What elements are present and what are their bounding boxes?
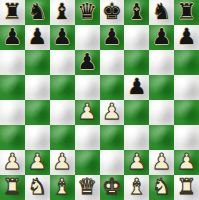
square-e2[interactable]: [100, 150, 125, 175]
black-pawn[interactable]: ♟: [52, 26, 72, 48]
square-b3[interactable]: [25, 125, 50, 150]
square-b6[interactable]: [25, 50, 50, 75]
black-rook[interactable]: ♜: [177, 1, 197, 23]
square-a2[interactable]: ♟: [0, 150, 25, 175]
square-a8[interactable]: ♜: [0, 0, 25, 25]
square-g4[interactable]: [149, 100, 174, 125]
white-king[interactable]: ♚: [102, 176, 122, 198]
square-a3[interactable]: [0, 125, 25, 150]
square-c7[interactable]: ♟: [50, 25, 75, 50]
square-c3[interactable]: [50, 125, 75, 150]
square-c8[interactable]: ♝: [50, 0, 75, 25]
square-f6[interactable]: [124, 50, 149, 75]
square-e7[interactable]: ♟: [100, 25, 125, 50]
square-d6[interactable]: ♟: [75, 50, 100, 75]
white-knight[interactable]: ♞: [152, 176, 172, 198]
square-g6[interactable]: [149, 50, 174, 75]
square-e3[interactable]: [100, 125, 125, 150]
square-g3[interactable]: [149, 125, 174, 150]
square-d4[interactable]: ♟: [75, 100, 100, 125]
square-c6[interactable]: [50, 50, 75, 75]
square-f4[interactable]: [124, 100, 149, 125]
square-d2[interactable]: [75, 150, 100, 175]
square-h4[interactable]: [174, 100, 199, 125]
square-f7[interactable]: [124, 25, 149, 50]
square-e1[interactable]: ♚: [100, 175, 125, 200]
white-pawn[interactable]: ♟: [3, 151, 23, 173]
square-f1[interactable]: ♝: [124, 175, 149, 200]
square-a1[interactable]: ♜: [0, 175, 25, 200]
square-g7[interactable]: ♟: [149, 25, 174, 50]
square-h3[interactable]: [174, 125, 199, 150]
square-b4[interactable]: [25, 100, 50, 125]
square-f8[interactable]: ♝: [124, 0, 149, 25]
square-c2[interactable]: ♟: [50, 150, 75, 175]
white-knight[interactable]: ♞: [27, 176, 47, 198]
black-bishop[interactable]: ♝: [127, 1, 147, 23]
square-h8[interactable]: ♜: [174, 0, 199, 25]
square-b7[interactable]: ♟: [25, 25, 50, 50]
black-rook[interactable]: ♜: [3, 1, 23, 23]
square-h5[interactable]: [174, 75, 199, 100]
black-knight[interactable]: ♞: [152, 1, 172, 23]
square-g5[interactable]: [149, 75, 174, 100]
square-b8[interactable]: ♞: [25, 0, 50, 25]
black-bishop[interactable]: ♝: [52, 1, 72, 23]
square-h6[interactable]: [174, 50, 199, 75]
chess-board: ♜♞♝♛♚♝♞♜♟♟♟♟♟♟♟♟♟♟♟♟♟♟♟♟♜♞♝♛♚♝♞♜: [0, 0, 199, 200]
black-pawn[interactable]: ♟: [127, 76, 147, 98]
square-d3[interactable]: [75, 125, 100, 150]
black-pawn[interactable]: ♟: [27, 26, 47, 48]
white-bishop[interactable]: ♝: [127, 176, 147, 198]
square-d8[interactable]: ♛: [75, 0, 100, 25]
square-f3[interactable]: [124, 125, 149, 150]
square-e5[interactable]: [100, 75, 125, 100]
black-king[interactable]: ♚: [102, 1, 122, 23]
white-rook[interactable]: ♜: [177, 176, 197, 198]
white-pawn[interactable]: ♟: [102, 101, 122, 123]
square-e6[interactable]: [100, 50, 125, 75]
white-bishop[interactable]: ♝: [52, 176, 72, 198]
square-d5[interactable]: [75, 75, 100, 100]
square-b1[interactable]: ♞: [25, 175, 50, 200]
white-pawn[interactable]: ♟: [127, 151, 147, 173]
black-pawn[interactable]: ♟: [102, 26, 122, 48]
square-d1[interactable]: ♛: [75, 175, 100, 200]
square-h1[interactable]: ♜: [174, 175, 199, 200]
square-a7[interactable]: ♟: [0, 25, 25, 50]
square-b5[interactable]: [25, 75, 50, 100]
white-pawn[interactable]: ♟: [77, 101, 97, 123]
black-queen[interactable]: ♛: [77, 1, 97, 23]
square-g2[interactable]: ♟: [149, 150, 174, 175]
black-pawn[interactable]: ♟: [152, 26, 172, 48]
white-queen[interactable]: ♛: [77, 176, 97, 198]
square-h2[interactable]: ♟: [174, 150, 199, 175]
square-g8[interactable]: ♞: [149, 0, 174, 25]
square-f2[interactable]: ♟: [124, 150, 149, 175]
square-b2[interactable]: ♟: [25, 150, 50, 175]
white-rook[interactable]: ♜: [3, 176, 23, 198]
square-c1[interactable]: ♝: [50, 175, 75, 200]
white-pawn[interactable]: ♟: [52, 151, 72, 173]
square-h7[interactable]: ♟: [174, 25, 199, 50]
white-pawn[interactable]: ♟: [152, 151, 172, 173]
white-pawn[interactable]: ♟: [177, 151, 197, 173]
square-g1[interactable]: ♞: [149, 175, 174, 200]
black-knight[interactable]: ♞: [27, 1, 47, 23]
black-pawn[interactable]: ♟: [77, 51, 97, 73]
square-d7[interactable]: [75, 25, 100, 50]
black-pawn[interactable]: ♟: [3, 26, 23, 48]
square-c4[interactable]: [50, 100, 75, 125]
square-a4[interactable]: [0, 100, 25, 125]
white-pawn[interactable]: ♟: [27, 151, 47, 173]
square-c5[interactable]: [50, 75, 75, 100]
square-e8[interactable]: ♚: [100, 0, 125, 25]
square-e4[interactable]: ♟: [100, 100, 125, 125]
square-a6[interactable]: [0, 50, 25, 75]
square-a5[interactable]: [0, 75, 25, 100]
square-f5[interactable]: ♟: [124, 75, 149, 100]
black-pawn[interactable]: ♟: [177, 26, 197, 48]
